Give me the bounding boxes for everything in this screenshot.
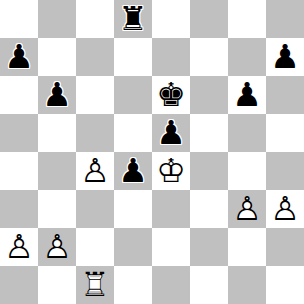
square-c6[interactable] xyxy=(76,76,114,114)
white-king-icon: ♔ xyxy=(152,152,190,190)
square-f2[interactable] xyxy=(190,228,228,266)
square-b4[interactable] xyxy=(38,152,76,190)
square-h5[interactable] xyxy=(266,114,304,152)
square-h4[interactable] xyxy=(266,152,304,190)
square-f6[interactable] xyxy=(190,76,228,114)
square-d1[interactable] xyxy=(114,266,152,304)
square-a4[interactable] xyxy=(0,152,38,190)
black-rook-icon: ♜ xyxy=(114,0,152,38)
white-rook-icon: ♖ xyxy=(76,266,114,304)
square-c4[interactable]: ♟♙ xyxy=(76,152,114,190)
chess-board: ♜♟♟♟♚♟♟♟♙♟♚♔♟♙♟♙♟♙♟♙♜♖ xyxy=(0,0,304,304)
square-b2[interactable]: ♟♙ xyxy=(38,228,76,266)
square-d4[interactable]: ♟ xyxy=(114,152,152,190)
square-d3[interactable] xyxy=(114,190,152,228)
square-a8[interactable] xyxy=(0,0,38,38)
square-g2[interactable] xyxy=(228,228,266,266)
square-d6[interactable] xyxy=(114,76,152,114)
square-c2[interactable] xyxy=(76,228,114,266)
square-a2[interactable]: ♟♙ xyxy=(0,228,38,266)
black-pawn-icon: ♟ xyxy=(114,152,152,190)
square-d5[interactable] xyxy=(114,114,152,152)
square-a1[interactable] xyxy=(0,266,38,304)
white-pawn-icon: ♙ xyxy=(76,152,114,190)
chess-diagram: ♜♟♟♟♚♟♟♟♙♟♚♔♟♙♟♙♟♙♟♙♜♖ xyxy=(0,0,304,304)
square-f8[interactable] xyxy=(190,0,228,38)
square-g7[interactable] xyxy=(228,38,266,76)
square-a6[interactable] xyxy=(0,76,38,114)
square-h7[interactable]: ♟ xyxy=(266,38,304,76)
square-b3[interactable] xyxy=(38,190,76,228)
square-a7[interactable]: ♟ xyxy=(0,38,38,76)
square-e3[interactable] xyxy=(152,190,190,228)
square-h6[interactable] xyxy=(266,76,304,114)
square-e7[interactable] xyxy=(152,38,190,76)
square-h8[interactable] xyxy=(266,0,304,38)
square-g1[interactable] xyxy=(228,266,266,304)
square-b1[interactable] xyxy=(38,266,76,304)
square-f4[interactable] xyxy=(190,152,228,190)
square-g8[interactable] xyxy=(228,0,266,38)
square-f3[interactable] xyxy=(190,190,228,228)
square-c5[interactable] xyxy=(76,114,114,152)
square-h2[interactable] xyxy=(266,228,304,266)
white-pawn-icon: ♙ xyxy=(0,228,38,266)
square-c8[interactable] xyxy=(76,0,114,38)
black-pawn-icon: ♟ xyxy=(0,38,38,76)
square-b7[interactable] xyxy=(38,38,76,76)
black-pawn-icon: ♟ xyxy=(152,114,190,152)
square-e1[interactable] xyxy=(152,266,190,304)
white-pawn-icon: ♙ xyxy=(38,228,76,266)
square-c3[interactable] xyxy=(76,190,114,228)
square-g6[interactable]: ♟ xyxy=(228,76,266,114)
square-b8[interactable] xyxy=(38,0,76,38)
square-b5[interactable] xyxy=(38,114,76,152)
square-b6[interactable]: ♟ xyxy=(38,76,76,114)
square-e8[interactable] xyxy=(152,0,190,38)
square-f7[interactable] xyxy=(190,38,228,76)
square-h3[interactable]: ♟♙ xyxy=(266,190,304,228)
black-pawn-icon: ♟ xyxy=(228,76,266,114)
square-c7[interactable] xyxy=(76,38,114,76)
square-g5[interactable] xyxy=(228,114,266,152)
square-e6[interactable]: ♚ xyxy=(152,76,190,114)
white-pawn-icon: ♙ xyxy=(228,190,266,228)
square-e2[interactable] xyxy=(152,228,190,266)
white-pawn-icon: ♙ xyxy=(266,190,304,228)
square-d2[interactable] xyxy=(114,228,152,266)
square-g3[interactable]: ♟♙ xyxy=(228,190,266,228)
square-c1[interactable]: ♜♖ xyxy=(76,266,114,304)
square-d7[interactable] xyxy=(114,38,152,76)
black-pawn-icon: ♟ xyxy=(38,76,76,114)
square-h1[interactable] xyxy=(266,266,304,304)
square-g4[interactable] xyxy=(228,152,266,190)
square-a3[interactable] xyxy=(0,190,38,228)
square-d8[interactable]: ♜ xyxy=(114,0,152,38)
square-e4[interactable]: ♚♔ xyxy=(152,152,190,190)
black-pawn-icon: ♟ xyxy=(266,38,304,76)
square-f5[interactable] xyxy=(190,114,228,152)
square-f1[interactable] xyxy=(190,266,228,304)
square-e5[interactable]: ♟ xyxy=(152,114,190,152)
square-a5[interactable] xyxy=(0,114,38,152)
black-king-icon: ♚ xyxy=(152,76,190,114)
